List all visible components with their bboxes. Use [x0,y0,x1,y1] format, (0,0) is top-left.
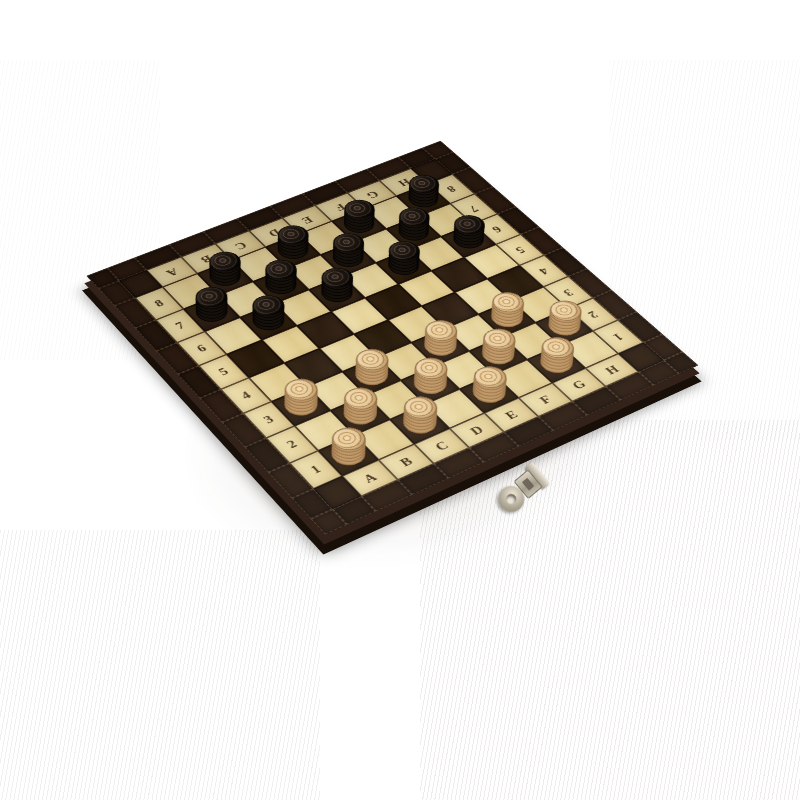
coordinate-text: 6 [194,342,210,354]
coordinate-text: 2 [585,308,601,320]
coordinate-text: 8 [444,184,459,194]
coordinate-text: A [163,266,181,278]
coordinate-text: 7 [173,320,188,332]
latch-hole [504,492,518,506]
coordinate-text: 8 [152,298,167,310]
coordinate-text: 4 [238,389,254,402]
coordinate-text: E [299,214,316,226]
coordinate-text: G [363,189,381,201]
coordinate-text: 1 [610,331,626,343]
coordinate-text: 3 [560,287,576,298]
coordinate-text: A [360,470,380,485]
coordinate-text: E [502,408,521,422]
latch-slot [522,478,534,491]
coordinate-text: C [432,439,452,454]
coordinate-text: 5 [216,366,232,378]
coordinate-text: 2 [284,438,300,451]
coordinate-text: D [467,423,487,437]
coordinate-text: 5 [512,244,528,255]
coordinate-text: C [232,239,250,251]
coordinate-text: 4 [536,265,552,276]
coordinate-text: H [602,363,622,377]
coordinate-text: F [536,393,554,406]
coordinate-text: 7 [466,203,481,214]
coordinate-text: B [397,455,416,469]
coordinate-text: 1 [308,463,325,477]
coordinate-text: G [569,378,589,392]
photo-background: ABCDEFGH8877665544332211ABCDEFGH [0,0,800,800]
coordinate-text: 6 [489,224,504,235]
coordinate-text: 3 [261,413,277,426]
